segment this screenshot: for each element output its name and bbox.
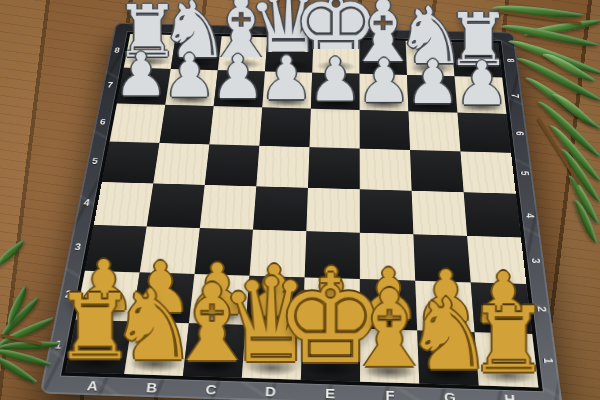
board-frame-inner-edge: ♜♞♝♛♚♝♞♜♟♟♟♟♟♟♟♟♟♟♟♟♟♟♟♟♜♞♝♛♚♝♞♜ [61,32,543,392]
file-label-G: G [420,388,481,400]
square-d5[interactable] [256,146,309,188]
file-label-B: B [121,379,182,397]
square-g4[interactable] [412,191,467,236]
chess-board[interactable]: 87654321 87654321 ABCDEFGH ♜♞♝♛♚♝♞♜♟♟♟♟♟… [40,23,564,400]
rank-label-5: 5 [498,166,551,180]
square-c6[interactable] [209,106,262,146]
chess-game-screen: 87654321 87654321 ABCDEFGH ♜♞♝♛♚♝♞♜♟♟♟♟♟… [0,0,600,400]
square-b6[interactable] [159,105,213,144]
file-label-H: H [479,390,541,400]
square-g5[interactable] [410,150,464,192]
file-label-E: E [300,384,360,400]
square-f5[interactable] [360,148,412,190]
square-f6[interactable] [360,110,410,150]
square-c4[interactable] [200,185,256,230]
rank-label-3: 3 [507,253,564,269]
square-a5[interactable] [102,142,160,184]
square-b4[interactable] [147,183,205,228]
square-c5[interactable] [205,144,260,186]
square-d4[interactable] [253,186,308,231]
rank-label-4: 4 [503,208,558,223]
board-squares[interactable]: ♜♞♝♛♚♝♞♜♟♟♟♟♟♟♟♟♟♟♟♟♟♟♟♟♜♞♝♛♚♝♞♜ [66,34,539,388]
board-scene: 87654321 87654321 ABCDEFGH ♜♞♝♛♚♝♞♜♟♟♟♟♟… [0,0,600,400]
rank-label-7: 7 [490,90,540,102]
rank-label-2: 2 [512,301,571,318]
square-a4[interactable] [94,182,154,227]
square-d6[interactable] [259,107,311,147]
file-label-F: F [360,386,420,400]
square-f4[interactable] [360,189,414,234]
square-e4[interactable] [306,188,359,233]
file-label-D: D [240,382,300,400]
file-label-C: C [181,380,242,398]
file-label-A: A [62,377,124,395]
rank-label-6: 6 [494,127,545,140]
rank-label-1: 1 [518,352,579,370]
square-e6[interactable] [309,109,359,149]
square-b5[interactable] [153,143,209,185]
square-g6[interactable] [408,111,460,151]
rank-label-8: 8 [486,55,534,67]
square-a6[interactable] [110,104,166,143]
square-e5[interactable] [308,147,360,189]
